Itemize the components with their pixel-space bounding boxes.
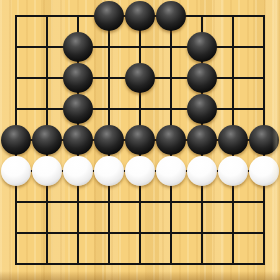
white-stone bbox=[156, 156, 186, 186]
white-stone bbox=[1, 156, 31, 186]
intersection[interactable] bbox=[1, 1, 32, 32]
intersection[interactable] bbox=[1, 94, 32, 125]
intersection[interactable] bbox=[125, 1, 156, 32]
black-stone bbox=[187, 63, 217, 93]
intersection[interactable] bbox=[1, 218, 32, 249]
intersection[interactable] bbox=[218, 218, 249, 249]
black-stone bbox=[125, 1, 155, 31]
black-stone bbox=[187, 32, 217, 62]
white-stone bbox=[63, 156, 93, 186]
intersection[interactable] bbox=[32, 187, 63, 218]
intersection[interactable] bbox=[156, 94, 187, 125]
intersection[interactable] bbox=[218, 94, 249, 125]
intersection[interactable] bbox=[218, 156, 249, 187]
intersection[interactable] bbox=[63, 187, 94, 218]
intersection[interactable] bbox=[125, 218, 156, 249]
intersection[interactable] bbox=[125, 63, 156, 94]
intersection[interactable] bbox=[187, 156, 218, 187]
black-stone bbox=[63, 125, 93, 155]
intersection[interactable] bbox=[125, 187, 156, 218]
intersection[interactable] bbox=[156, 156, 187, 187]
intersection[interactable] bbox=[63, 32, 94, 63]
black-stone bbox=[1, 125, 31, 155]
black-stone bbox=[125, 63, 155, 93]
intersection[interactable] bbox=[187, 94, 218, 125]
white-stone bbox=[94, 156, 124, 186]
black-stone bbox=[187, 94, 217, 124]
stone-grid bbox=[1, 1, 280, 280]
black-stone bbox=[63, 94, 93, 124]
black-stone bbox=[94, 1, 124, 31]
intersection[interactable] bbox=[218, 1, 249, 32]
board-bottom-edge bbox=[0, 271, 280, 280]
intersection[interactable] bbox=[187, 63, 218, 94]
black-stone bbox=[125, 125, 155, 155]
intersection[interactable] bbox=[187, 125, 218, 156]
intersection[interactable] bbox=[94, 218, 125, 249]
intersection[interactable] bbox=[218, 125, 249, 156]
intersection[interactable] bbox=[32, 218, 63, 249]
intersection[interactable] bbox=[1, 32, 32, 63]
intersection[interactable] bbox=[32, 125, 63, 156]
white-stone bbox=[187, 156, 217, 186]
black-stone bbox=[156, 1, 186, 31]
white-stone bbox=[218, 156, 248, 186]
intersection[interactable] bbox=[94, 1, 125, 32]
intersection[interactable] bbox=[187, 1, 218, 32]
intersection[interactable] bbox=[32, 32, 63, 63]
intersection[interactable] bbox=[63, 94, 94, 125]
intersection[interactable] bbox=[218, 187, 249, 218]
intersection[interactable] bbox=[125, 125, 156, 156]
intersection[interactable] bbox=[63, 1, 94, 32]
go-board[interactable] bbox=[0, 0, 280, 280]
intersection[interactable] bbox=[125, 32, 156, 63]
intersection[interactable] bbox=[125, 94, 156, 125]
intersection[interactable] bbox=[218, 32, 249, 63]
white-stone bbox=[32, 156, 62, 186]
intersection[interactable] bbox=[94, 32, 125, 63]
intersection[interactable] bbox=[156, 1, 187, 32]
intersection[interactable] bbox=[156, 125, 187, 156]
intersection[interactable] bbox=[156, 218, 187, 249]
intersection[interactable] bbox=[218, 63, 249, 94]
intersection[interactable] bbox=[94, 63, 125, 94]
intersection[interactable] bbox=[32, 156, 63, 187]
intersection[interactable] bbox=[1, 63, 32, 94]
black-stone bbox=[94, 125, 124, 155]
intersection[interactable] bbox=[63, 63, 94, 94]
intersection[interactable] bbox=[1, 187, 32, 218]
black-stone bbox=[156, 125, 186, 155]
intersection[interactable] bbox=[1, 125, 32, 156]
intersection[interactable] bbox=[63, 218, 94, 249]
black-stone bbox=[187, 125, 217, 155]
intersection[interactable] bbox=[32, 63, 63, 94]
board-right-edge bbox=[272, 0, 280, 280]
black-stone bbox=[32, 125, 62, 155]
intersection[interactable] bbox=[156, 32, 187, 63]
intersection[interactable] bbox=[32, 94, 63, 125]
intersection[interactable] bbox=[32, 1, 63, 32]
intersection[interactable] bbox=[94, 125, 125, 156]
black-stone bbox=[218, 125, 248, 155]
intersection[interactable] bbox=[187, 218, 218, 249]
intersection[interactable] bbox=[1, 156, 32, 187]
intersection[interactable] bbox=[125, 156, 156, 187]
black-stone bbox=[63, 32, 93, 62]
intersection[interactable] bbox=[94, 156, 125, 187]
intersection[interactable] bbox=[94, 187, 125, 218]
intersection[interactable] bbox=[187, 187, 218, 218]
white-stone bbox=[125, 156, 155, 186]
intersection[interactable] bbox=[94, 94, 125, 125]
intersection[interactable] bbox=[63, 125, 94, 156]
intersection[interactable] bbox=[156, 187, 187, 218]
intersection[interactable] bbox=[187, 32, 218, 63]
intersection[interactable] bbox=[63, 156, 94, 187]
intersection[interactable] bbox=[156, 63, 187, 94]
black-stone bbox=[63, 63, 93, 93]
